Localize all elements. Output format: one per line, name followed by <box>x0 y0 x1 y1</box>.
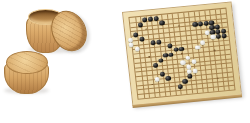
go-set-product-photo <box>0 0 250 123</box>
hoshi-point <box>217 77 219 79</box>
hoshi-point <box>181 53 183 55</box>
stones-layer <box>125 5 238 102</box>
stone-bowl-closed <box>3 51 50 94</box>
hoshi-point <box>145 28 147 30</box>
hoshi-point <box>214 50 216 52</box>
go-board <box>122 1 242 106</box>
board-surface <box>122 1 242 106</box>
hoshi-point <box>178 25 180 27</box>
board-intersection <box>233 88 239 93</box>
bowl-lid-top <box>6 51 48 74</box>
hoshi-point <box>148 56 150 58</box>
stone-bowl-open <box>26 9 86 53</box>
hoshi-point <box>152 84 154 86</box>
